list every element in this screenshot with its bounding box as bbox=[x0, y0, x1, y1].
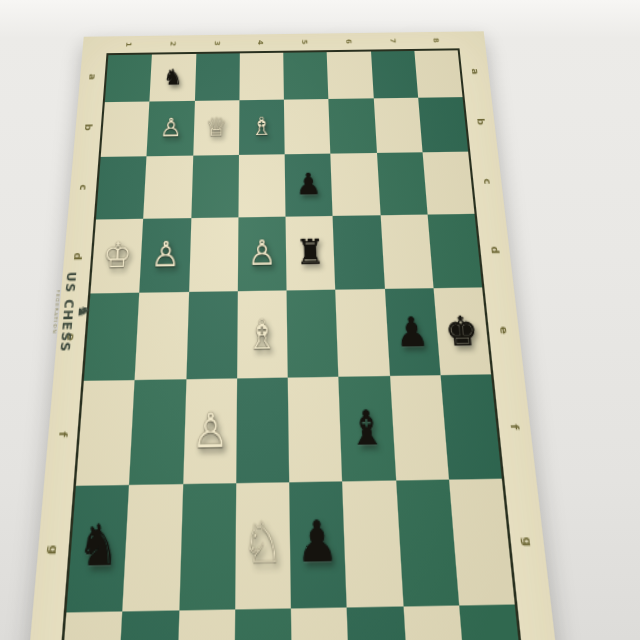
square-a5 bbox=[283, 52, 328, 100]
square-d6 bbox=[333, 216, 385, 290]
square-c5: ♟ bbox=[285, 153, 333, 217]
square-a2: ♞ bbox=[150, 54, 196, 102]
square-c7 bbox=[376, 152, 427, 216]
square-g2 bbox=[123, 485, 183, 612]
white-king-d1: ♔ bbox=[102, 240, 133, 272]
square-a7 bbox=[371, 51, 418, 98]
square-f2 bbox=[129, 380, 186, 486]
square-d4: ♙ bbox=[238, 217, 287, 292]
square-a6 bbox=[327, 52, 373, 100]
square-f6: ♝ bbox=[339, 377, 396, 482]
uschess-logo: ♞ US CHESS FEDERATION bbox=[8, 290, 137, 333]
square-g6 bbox=[342, 481, 403, 607]
board-mat: 12345678 ♞ US CHESS FEDERATION abcdefgh … bbox=[14, 31, 576, 640]
file-label-right-b: b bbox=[453, 108, 510, 137]
square-g5: ♟ bbox=[289, 482, 347, 609]
square-h3 bbox=[174, 609, 235, 640]
black-knight-a2: ♞ bbox=[163, 68, 183, 88]
white-pawn-d4: ♙ bbox=[248, 238, 277, 270]
white-bishop-b4: ♗ bbox=[250, 115, 272, 138]
square-b3: ♕ bbox=[193, 100, 239, 155]
square-a3 bbox=[194, 53, 239, 101]
white-bishop-e4: ♗ bbox=[246, 316, 279, 353]
square-g4: ♘ bbox=[235, 483, 291, 610]
square-c1 bbox=[96, 156, 147, 220]
square-h5 bbox=[291, 607, 353, 640]
file-label-right-d: d bbox=[459, 233, 531, 265]
square-d5: ♜ bbox=[286, 216, 336, 290]
square-c3 bbox=[191, 155, 239, 219]
black-knight-g1: ♞ bbox=[76, 521, 121, 573]
file-label-right-c: c bbox=[456, 166, 519, 196]
photo-background: 12345678 ♞ US CHESS FEDERATION abcdefgh … bbox=[0, 0, 640, 640]
square-a1 bbox=[105, 55, 152, 103]
square-e3 bbox=[186, 292, 238, 380]
square-d2: ♙ bbox=[139, 219, 190, 294]
black-king-e8: ♚ bbox=[444, 313, 480, 350]
white-pawn-f3: ♙ bbox=[191, 409, 229, 453]
square-h6 bbox=[347, 606, 412, 640]
square-e2 bbox=[135, 292, 189, 380]
square-b6 bbox=[329, 98, 377, 153]
chess-board: ♞♙♕♗♟♔♙♙♜♗♟♚♙♝♞♘♟♘ bbox=[52, 48, 534, 640]
square-f5 bbox=[288, 377, 343, 482]
square-g3 bbox=[179, 484, 236, 611]
square-f1 bbox=[76, 381, 135, 487]
black-rook-d5: ♜ bbox=[295, 237, 325, 269]
white-knight-g4: ♘ bbox=[242, 519, 284, 571]
white-queen-b3: ♕ bbox=[205, 116, 228, 139]
square-d7 bbox=[380, 215, 433, 289]
square-c6 bbox=[331, 153, 381, 217]
square-h2 bbox=[114, 610, 178, 640]
square-e6 bbox=[335, 289, 389, 377]
square-b2: ♙ bbox=[147, 101, 195, 156]
square-b5 bbox=[284, 99, 331, 154]
square-e5 bbox=[287, 290, 339, 378]
square-f7 bbox=[390, 376, 449, 481]
square-c2 bbox=[143, 155, 192, 219]
square-d3 bbox=[189, 218, 239, 293]
square-b7 bbox=[373, 98, 422, 153]
checkered-knight-emblem: ♘ bbox=[55, 611, 123, 640]
white-pawn-d2: ♙ bbox=[150, 239, 180, 271]
square-g1: ♞ bbox=[66, 485, 129, 612]
black-bishop-f6: ♝ bbox=[347, 406, 386, 450]
shield-knight-icon: ♞ bbox=[76, 304, 92, 319]
square-e4: ♗ bbox=[237, 291, 288, 379]
black-pawn-c5: ♟ bbox=[295, 171, 321, 198]
square-c4 bbox=[238, 154, 285, 218]
file-label-right-f: f bbox=[468, 407, 561, 445]
square-f4 bbox=[236, 378, 289, 483]
square-b4: ♗ bbox=[239, 100, 285, 155]
file-label-right-a: a bbox=[450, 58, 500, 85]
black-pawn-g5: ♟ bbox=[296, 518, 339, 570]
square-b1 bbox=[101, 102, 150, 157]
square-h1: ♘ bbox=[55, 611, 123, 640]
square-e7: ♟ bbox=[384, 289, 440, 377]
white-pawn-b2: ♙ bbox=[159, 117, 182, 140]
square-d1: ♔ bbox=[90, 219, 143, 294]
file-label-right-g: g bbox=[474, 521, 581, 563]
square-h4 bbox=[234, 608, 293, 640]
black-pawn-e7: ♟ bbox=[394, 313, 429, 350]
square-f3: ♙ bbox=[183, 379, 237, 484]
square-a4 bbox=[239, 53, 284, 101]
